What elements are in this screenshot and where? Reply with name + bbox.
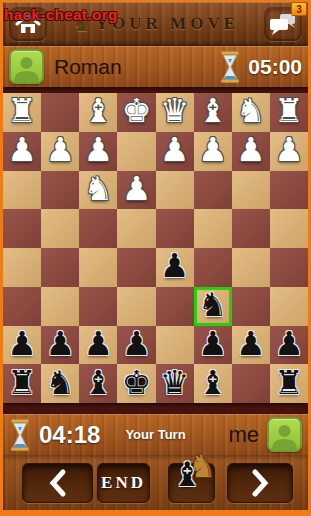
black-p-piece: ♟ — [274, 327, 304, 360]
white-p-piece: ♟ — [198, 133, 228, 166]
person-icon — [11, 53, 42, 82]
square-f2[interactable]: ♟ — [79, 132, 117, 171]
square-a3[interactable] — [270, 171, 308, 210]
black-r-piece: ♜ — [274, 366, 304, 399]
white-r-piece: ♜ — [274, 94, 304, 127]
square-c2[interactable]: ♟ — [194, 132, 232, 171]
square-e8[interactable]: ♚ — [117, 364, 155, 403]
white-k-piece: ♚ — [122, 94, 152, 127]
player-name: me — [228, 422, 259, 448]
black-r-piece: ♜ — [7, 366, 37, 399]
black-p-piece: ♟ — [45, 327, 75, 360]
square-g1[interactable] — [41, 93, 79, 132]
square-a1[interactable]: ♜ — [270, 93, 308, 132]
square-b8[interactable] — [232, 364, 270, 403]
square-h2[interactable]: ♟ — [3, 132, 41, 171]
square-b7[interactable]: ♟ — [232, 326, 270, 365]
opponent-avatar — [9, 49, 44, 84]
square-c1[interactable]: ♝ — [194, 93, 232, 132]
person-icon — [269, 421, 300, 450]
square-e6[interactable] — [117, 287, 155, 326]
square-c6[interactable]: ♞ — [194, 287, 232, 326]
square-e3[interactable]: ♟ — [117, 171, 155, 210]
square-g8[interactable]: ♞ — [41, 364, 79, 403]
square-h8[interactable]: ♜ — [3, 364, 41, 403]
square-h3[interactable] — [3, 171, 41, 210]
square-a4[interactable] — [270, 209, 308, 248]
square-d3[interactable] — [156, 171, 194, 210]
square-d4[interactable] — [156, 209, 194, 248]
white-b-piece: ♝ — [198, 94, 228, 127]
opponent-hourglass-icon — [219, 51, 241, 83]
message-count-badge: 3 — [291, 2, 307, 16]
square-b3[interactable] — [232, 171, 270, 210]
previous-move-button[interactable] — [22, 463, 93, 503]
square-a5[interactable] — [270, 248, 308, 287]
watermark-text: hack-cheat.org — [4, 6, 118, 23]
square-f4[interactable] — [79, 209, 117, 248]
opponent-bar: Roman 05:00 — [3, 46, 308, 87]
white-p-piece: ♟ — [7, 133, 37, 166]
next-move-button[interactable] — [227, 463, 293, 503]
chess-app-window: hack-cheat.org ♞ YOUR MOVE — [0, 0, 311, 516]
opponent-name: Roman — [54, 55, 122, 79]
square-c8[interactable]: ♝ — [194, 364, 232, 403]
square-f5[interactable] — [79, 248, 117, 287]
white-p-piece: ♟ — [45, 133, 75, 166]
opponent-clock: 05:00 — [248, 55, 302, 79]
player-clock: 04:18 — [39, 421, 100, 449]
player-avatar — [267, 417, 302, 452]
black-p-piece: ♟ — [160, 249, 190, 282]
square-g6[interactable] — [41, 287, 79, 326]
square-c5[interactable] — [194, 248, 232, 287]
messages-button[interactable]: 3 — [264, 7, 302, 41]
square-e2[interactable] — [117, 132, 155, 171]
white-p-piece: ♟ — [122, 172, 152, 205]
chevron-right-icon — [248, 468, 272, 498]
white-p-piece: ♟ — [236, 133, 266, 166]
square-e4[interactable] — [117, 209, 155, 248]
white-n-piece: ♞ — [84, 172, 114, 205]
black-p-piece: ♟ — [84, 327, 114, 360]
square-g5[interactable] — [41, 248, 79, 287]
white-p-piece: ♟ — [274, 133, 304, 166]
square-g7[interactable]: ♟ — [41, 326, 79, 365]
black-n-piece: ♞ — [45, 366, 75, 399]
end-game-button[interactable]: END — [97, 463, 150, 503]
square-f6[interactable] — [79, 287, 117, 326]
square-h5[interactable] — [3, 248, 41, 287]
square-f3[interactable]: ♞ — [79, 171, 117, 210]
square-h6[interactable] — [3, 287, 41, 326]
square-g2[interactable]: ♟ — [41, 132, 79, 171]
white-p-piece: ♟ — [160, 133, 190, 166]
bishop-icon: ♝ — [172, 454, 202, 494]
black-q-piece: ♛ — [160, 366, 190, 399]
square-a7[interactable]: ♟ — [270, 326, 308, 365]
square-c4[interactable] — [194, 209, 232, 248]
black-b-piece: ♝ — [84, 366, 114, 399]
white-n-piece: ♞ — [236, 94, 266, 127]
white-r-piece: ♜ — [7, 94, 37, 127]
square-b6[interactable] — [232, 287, 270, 326]
chevron-left-icon — [46, 468, 70, 498]
player-hourglass-icon — [9, 419, 31, 451]
square-h7[interactable]: ♟ — [3, 326, 41, 365]
player-bar: 04:18 Your Turn me — [3, 414, 308, 455]
square-d2[interactable]: ♟ — [156, 132, 194, 171]
square-e7[interactable]: ♟ — [117, 326, 155, 365]
square-e1[interactable]: ♚ — [117, 93, 155, 132]
white-p-piece: ♟ — [84, 133, 114, 166]
black-p-piece: ♟ — [122, 327, 152, 360]
square-b1[interactable]: ♞ — [232, 93, 270, 132]
square-d6[interactable] — [156, 287, 194, 326]
square-f7[interactable]: ♟ — [79, 326, 117, 365]
square-g4[interactable] — [41, 209, 79, 248]
square-f8[interactable]: ♝ — [79, 364, 117, 403]
square-b4[interactable] — [232, 209, 270, 248]
divider-bottom — [3, 403, 308, 414]
square-a2[interactable]: ♟ — [270, 132, 308, 171]
chess-board: ♜♝♚♛♝♞♜♟♟♟♟♟♟♟♞♟♟♞♟♟♟♟♟♟♟♜♞♝♚♛♝♜ — [3, 93, 308, 403]
square-f1[interactable]: ♝ — [79, 93, 117, 132]
square-c3[interactable] — [194, 171, 232, 210]
black-k-piece: ♚ — [122, 366, 152, 399]
square-h4[interactable] — [3, 209, 41, 248]
square-g3[interactable] — [41, 171, 79, 210]
square-a8[interactable]: ♜ — [270, 364, 308, 403]
white-b-piece: ♝ — [84, 94, 114, 127]
square-h1[interactable]: ♜ — [3, 93, 41, 132]
end-button-label: END — [101, 473, 146, 493]
square-b5[interactable] — [232, 248, 270, 287]
square-d7[interactable] — [156, 326, 194, 365]
square-d1[interactable]: ♛ — [156, 93, 194, 132]
square-d8[interactable]: ♛ — [156, 364, 194, 403]
black-p-piece: ♟ — [236, 327, 266, 360]
black-n-piece: ♞ — [198, 288, 228, 321]
square-a6[interactable] — [270, 287, 308, 326]
square-d5[interactable]: ♟ — [156, 248, 194, 287]
bottom-toolbar: END ♞ ♝ — [3, 455, 308, 510]
piece-select-button[interactable]: ♞ ♝ — [168, 463, 215, 503]
square-b2[interactable]: ♟ — [232, 132, 270, 171]
black-b-piece: ♝ — [198, 366, 228, 399]
square-c7[interactable]: ♟ — [194, 326, 232, 365]
turn-status: Your Turn — [125, 427, 185, 442]
white-q-piece: ♛ — [160, 94, 190, 127]
square-e5[interactable] — [117, 248, 155, 287]
black-p-piece: ♟ — [198, 327, 228, 360]
black-p-piece: ♟ — [7, 327, 37, 360]
